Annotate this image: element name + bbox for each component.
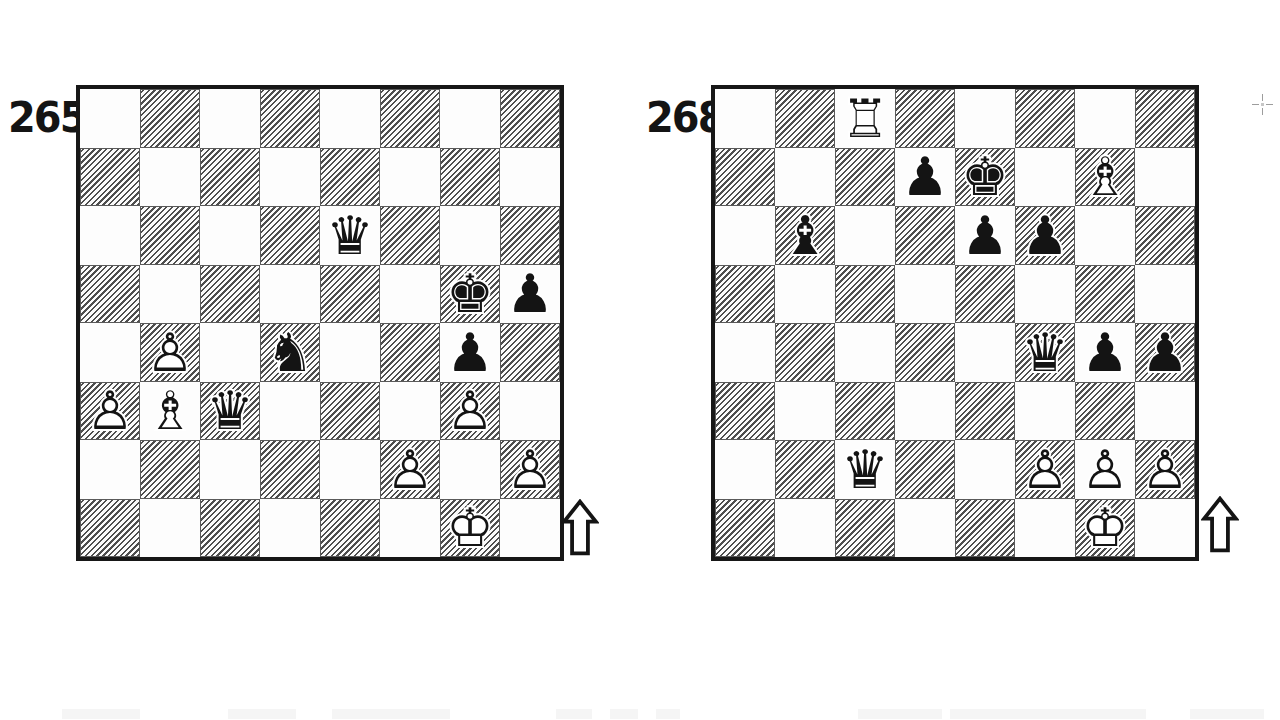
black-king: ♚ xyxy=(440,265,500,324)
piece-underlay: ♝ xyxy=(1075,148,1135,207)
piece-underlay: ♚ xyxy=(440,499,500,558)
black-queen: ♛ xyxy=(320,206,380,265)
square-a7 xyxy=(80,148,140,207)
square-c2 xyxy=(200,440,260,499)
square-a7 xyxy=(715,148,775,207)
square-e5 xyxy=(320,265,380,324)
square-d1 xyxy=(895,499,955,558)
square-h5: ♟♟ xyxy=(500,265,560,324)
square-g2 xyxy=(440,440,500,499)
diagram-number-265: 265 xyxy=(8,97,86,139)
chess-board-265: ♛♛♚♚♟♟♟♙♞♞♟♟♟♙♝♗♛♛♟♙♟♙♟♙♚♔ xyxy=(76,85,564,561)
piece-underlay: ♟ xyxy=(1015,440,1075,499)
square-d3 xyxy=(895,382,955,441)
page-crop-artifact xyxy=(62,709,140,719)
square-h3 xyxy=(500,382,560,441)
square-f8 xyxy=(1015,89,1075,148)
crosshair-segment xyxy=(1262,94,1263,101)
square-h4 xyxy=(500,323,560,382)
piece-underlay: ♟ xyxy=(955,206,1015,265)
square-d2 xyxy=(260,440,320,499)
square-f3 xyxy=(380,382,440,441)
square-g7: ♝♗ xyxy=(1075,148,1135,207)
square-b5 xyxy=(775,265,835,324)
square-e5 xyxy=(955,265,1015,324)
page-crop-artifact xyxy=(228,709,296,719)
black-knight: ♞ xyxy=(260,323,320,382)
square-d7 xyxy=(260,148,320,207)
white-pawn: ♙ xyxy=(1015,440,1075,499)
white-pawn: ♙ xyxy=(80,382,140,441)
square-h6 xyxy=(500,206,560,265)
square-d3 xyxy=(260,382,320,441)
square-b1 xyxy=(775,499,835,558)
piece-underlay: ♟ xyxy=(380,440,440,499)
piece-underlay: ♟ xyxy=(1075,440,1135,499)
white-pawn: ♙ xyxy=(500,440,560,499)
square-a5 xyxy=(80,265,140,324)
square-c6 xyxy=(200,206,260,265)
square-f2: ♟♙ xyxy=(380,440,440,499)
square-g2: ♟♙ xyxy=(1075,440,1135,499)
square-h2: ♟♙ xyxy=(1135,440,1195,499)
square-f5 xyxy=(380,265,440,324)
square-b3: ♝♗ xyxy=(140,382,200,441)
page-crop-artifact xyxy=(950,709,1146,719)
square-f4 xyxy=(380,323,440,382)
square-g5 xyxy=(1075,265,1135,324)
white-pawn: ♙ xyxy=(140,323,200,382)
black-queen: ♛ xyxy=(835,440,895,499)
piece-underlay: ♛ xyxy=(320,206,380,265)
black-queen: ♛ xyxy=(1015,323,1075,382)
square-a8 xyxy=(80,89,140,148)
square-g3: ♟♙ xyxy=(440,382,500,441)
square-h7 xyxy=(500,148,560,207)
square-e6: ♟♟ xyxy=(955,206,1015,265)
square-g6 xyxy=(440,206,500,265)
square-f7 xyxy=(380,148,440,207)
square-g1: ♚♔ xyxy=(440,499,500,558)
piece-underlay: ♟ xyxy=(895,148,955,207)
square-b5 xyxy=(140,265,200,324)
square-a3 xyxy=(715,382,775,441)
black-pawn: ♟ xyxy=(500,265,560,324)
square-g7 xyxy=(440,148,500,207)
piece-underlay: ♟ xyxy=(500,440,560,499)
square-f4: ♛♛ xyxy=(1015,323,1075,382)
white-rook: ♖ xyxy=(835,89,895,148)
square-e8 xyxy=(320,89,380,148)
black-pawn: ♟ xyxy=(1075,323,1135,382)
square-e2 xyxy=(320,440,380,499)
piece-underlay: ♞ xyxy=(260,323,320,382)
square-c1 xyxy=(200,499,260,558)
page-crop-artifact xyxy=(656,709,680,719)
square-c1 xyxy=(835,499,895,558)
square-g8 xyxy=(440,89,500,148)
square-b8 xyxy=(775,89,835,148)
square-b8 xyxy=(140,89,200,148)
square-b6 xyxy=(140,206,200,265)
square-h7 xyxy=(1135,148,1195,207)
square-g3 xyxy=(1075,382,1135,441)
square-h8 xyxy=(500,89,560,148)
square-d6 xyxy=(895,206,955,265)
black-pawn: ♟ xyxy=(1015,206,1075,265)
square-c7 xyxy=(835,148,895,207)
black-king: ♚ xyxy=(955,148,1015,207)
piece-underlay: ♚ xyxy=(440,265,500,324)
square-d5 xyxy=(895,265,955,324)
square-f1 xyxy=(1015,499,1075,558)
white-bishop: ♗ xyxy=(140,382,200,441)
white-bishop: ♗ xyxy=(1075,148,1135,207)
piece-underlay: ♚ xyxy=(1075,499,1135,558)
square-e2 xyxy=(955,440,1015,499)
piece-underlay: ♛ xyxy=(200,382,260,441)
white-to-move-arrow-icon xyxy=(1201,496,1239,554)
piece-underlay: ♟ xyxy=(1015,206,1075,265)
piece-underlay: ♟ xyxy=(80,382,140,441)
chess-board-268: ♜♖♟♟♚♚♝♗♝♝♟♟♟♟♛♛♟♟♟♟♛♛♟♙♟♙♟♙♚♔ xyxy=(711,85,1199,561)
white-to-move-arrow-icon xyxy=(561,499,599,557)
square-e7: ♚♚ xyxy=(955,148,1015,207)
square-a2 xyxy=(80,440,140,499)
piece-underlay: ♝ xyxy=(775,206,835,265)
square-a5 xyxy=(715,265,775,324)
square-g8 xyxy=(1075,89,1135,148)
square-e3 xyxy=(320,382,380,441)
square-b3 xyxy=(775,382,835,441)
page-crop-artifact xyxy=(858,709,942,719)
square-e1 xyxy=(320,499,380,558)
square-g1: ♚♔ xyxy=(1075,499,1135,558)
square-e4 xyxy=(320,323,380,382)
square-c3 xyxy=(835,382,895,441)
piece-underlay: ♟ xyxy=(440,382,500,441)
square-c5 xyxy=(835,265,895,324)
square-f1 xyxy=(380,499,440,558)
crosshair-segment xyxy=(1266,104,1273,105)
square-h8 xyxy=(1135,89,1195,148)
square-h6 xyxy=(1135,206,1195,265)
piece-underlay: ♝ xyxy=(140,382,200,441)
crosshair-segment xyxy=(1262,108,1263,115)
page: 265 ♛♛♚♚♟♟♟♙♞♞♟♟♟♙♝♗♛♛♟♙♟♙♟♙♚♔ 268 ♜♖♟♟♚… xyxy=(0,0,1280,720)
piece-underlay: ♟ xyxy=(500,265,560,324)
square-e7 xyxy=(320,148,380,207)
black-bishop: ♝ xyxy=(775,206,835,265)
square-f3 xyxy=(1015,382,1075,441)
page-crop-artifact xyxy=(1190,709,1264,719)
crosshair-segment xyxy=(1261,103,1264,106)
square-c3: ♛♛ xyxy=(200,382,260,441)
black-pawn: ♟ xyxy=(440,323,500,382)
square-b7 xyxy=(140,148,200,207)
white-pawn: ♙ xyxy=(440,382,500,441)
square-f5 xyxy=(1015,265,1075,324)
square-e8 xyxy=(955,89,1015,148)
page-crop-artifact xyxy=(610,709,638,719)
piece-underlay: ♟ xyxy=(140,323,200,382)
square-d2 xyxy=(895,440,955,499)
square-f7 xyxy=(1015,148,1075,207)
square-d7: ♟♟ xyxy=(895,148,955,207)
square-c8 xyxy=(200,89,260,148)
square-f2: ♟♙ xyxy=(1015,440,1075,499)
square-e4 xyxy=(955,323,1015,382)
piece-underlay: ♟ xyxy=(1135,440,1195,499)
white-pawn: ♙ xyxy=(1075,440,1135,499)
square-b2 xyxy=(775,440,835,499)
square-b7 xyxy=(775,148,835,207)
square-b1 xyxy=(140,499,200,558)
square-c5 xyxy=(200,265,260,324)
piece-underlay: ♛ xyxy=(835,440,895,499)
piece-underlay: ♟ xyxy=(440,323,500,382)
square-c4 xyxy=(200,323,260,382)
square-e6: ♛♛ xyxy=(320,206,380,265)
square-e1 xyxy=(955,499,1015,558)
square-h4: ♟♟ xyxy=(1135,323,1195,382)
square-c7 xyxy=(200,148,260,207)
crosshair-segment xyxy=(1252,104,1259,105)
square-f6 xyxy=(380,206,440,265)
square-d6 xyxy=(260,206,320,265)
white-pawn: ♙ xyxy=(380,440,440,499)
square-a4 xyxy=(715,323,775,382)
piece-underlay: ♟ xyxy=(1135,323,1195,382)
square-h5 xyxy=(1135,265,1195,324)
square-d4: ♞♞ xyxy=(260,323,320,382)
square-a1 xyxy=(715,499,775,558)
black-pawn: ♟ xyxy=(1135,323,1195,382)
square-h1 xyxy=(1135,499,1195,558)
square-c6 xyxy=(835,206,895,265)
square-d4 xyxy=(895,323,955,382)
square-h3 xyxy=(1135,382,1195,441)
square-h2: ♟♙ xyxy=(500,440,560,499)
square-g4: ♟♟ xyxy=(440,323,500,382)
square-d8 xyxy=(260,89,320,148)
square-d8 xyxy=(895,89,955,148)
piece-underlay: ♜ xyxy=(835,89,895,148)
square-g6 xyxy=(1075,206,1135,265)
square-b6: ♝♝ xyxy=(775,206,835,265)
square-b2 xyxy=(140,440,200,499)
square-g4: ♟♟ xyxy=(1075,323,1135,382)
square-d1 xyxy=(260,499,320,558)
square-c2: ♛♛ xyxy=(835,440,895,499)
black-pawn: ♟ xyxy=(895,148,955,207)
square-g5: ♚♚ xyxy=(440,265,500,324)
square-a8 xyxy=(715,89,775,148)
square-c4 xyxy=(835,323,895,382)
square-a6 xyxy=(80,206,140,265)
black-queen: ♛ xyxy=(200,382,260,441)
square-h1 xyxy=(500,499,560,558)
square-f6: ♟♟ xyxy=(1015,206,1075,265)
piece-underlay: ♟ xyxy=(1075,323,1135,382)
square-f8 xyxy=(380,89,440,148)
square-c8: ♜♖ xyxy=(835,89,895,148)
black-pawn: ♟ xyxy=(955,206,1015,265)
white-pawn: ♙ xyxy=(1135,440,1195,499)
page-crop-artifact xyxy=(556,709,592,719)
square-a3: ♟♙ xyxy=(80,382,140,441)
square-e3 xyxy=(955,382,1015,441)
square-b4 xyxy=(775,323,835,382)
piece-underlay: ♛ xyxy=(1015,323,1075,382)
crosshair-cursor-icon xyxy=(1252,94,1273,115)
square-d5 xyxy=(260,265,320,324)
square-a4 xyxy=(80,323,140,382)
square-a1 xyxy=(80,499,140,558)
square-b4: ♟♙ xyxy=(140,323,200,382)
white-king: ♔ xyxy=(440,499,500,558)
piece-underlay: ♚ xyxy=(955,148,1015,207)
white-king: ♔ xyxy=(1075,499,1135,558)
page-crop-artifact xyxy=(332,709,450,719)
square-a2 xyxy=(715,440,775,499)
square-a6 xyxy=(715,206,775,265)
